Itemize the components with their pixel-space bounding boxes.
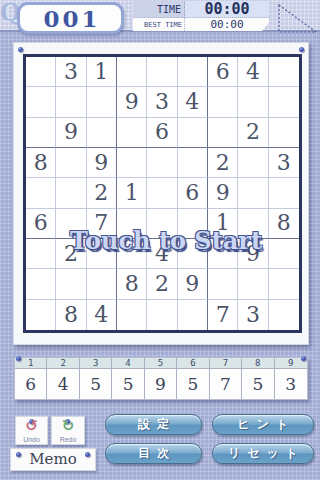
sudoku-cell-r1c6[interactable] (178, 57, 208, 87)
digit-remaining: 4 (47, 369, 78, 399)
sudoku-cell-r9c3[interactable]: 4 (87, 300, 117, 330)
sudoku-cell-r7c1[interactable] (26, 239, 56, 269)
sudoku-cell-r4c9[interactable]: 3 (269, 148, 299, 178)
sudoku-cell-r2c1[interactable] (26, 87, 56, 117)
sudoku-cell-r4c1[interactable]: 8 (26, 148, 56, 178)
sudoku-cell-r6c5[interactable] (147, 209, 177, 239)
sudoku-cell-r9c1[interactable] (26, 300, 56, 330)
redo-button[interactable]: ↻ Redo (51, 416, 85, 445)
sudoku-cell-r2c6[interactable]: 4 (178, 87, 208, 117)
digit-header: 6 (177, 358, 208, 369)
time-panel: TIME 00:00 BEST TIME 00:00 (133, 1, 269, 31)
sudoku-cell-r3c8[interactable]: 2 (238, 118, 268, 148)
digit-count-9[interactable]: 93 (275, 358, 307, 399)
sudoku-cell-r9c7[interactable]: 7 (208, 300, 238, 330)
memo-label: Memo (29, 452, 77, 467)
sudoku-cell-r7c2[interactable]: 2 (56, 239, 86, 269)
redo-label: Redo (52, 436, 84, 443)
sudoku-cell-r6c7[interactable]: 1 (208, 209, 238, 239)
sudoku-cell-r1c7[interactable]: 6 (208, 57, 238, 87)
sudoku-cell-r9c9[interactable] (269, 300, 299, 330)
sudoku-cell-r5c9[interactable] (269, 178, 299, 208)
pin-icon (16, 452, 21, 457)
digit-count-7[interactable]: 77 (210, 358, 242, 399)
digit-count-5[interactable]: 59 (145, 358, 177, 399)
corner-fold-icon (274, 2, 320, 36)
sudoku-cell-r3c4[interactable] (117, 118, 147, 148)
sudoku-cell-r7c3[interactable] (87, 239, 117, 269)
hint-button[interactable]: ヒント (212, 414, 314, 435)
digit-remaining: 5 (80, 369, 111, 399)
sudoku-cell-r7c4[interactable] (117, 239, 147, 269)
sudoku-cell-r5c6[interactable]: 6 (178, 178, 208, 208)
digit-remaining: 5 (112, 369, 143, 399)
best-time-label: BEST TIME (133, 18, 185, 31)
digit-header: 4 (112, 358, 143, 369)
puzzle-number-badge: 001 (17, 2, 124, 34)
sudoku-cell-r5c7[interactable]: 9 (208, 178, 238, 208)
index-button[interactable]: 目次 (105, 443, 202, 464)
sudoku-cell-r4c2[interactable] (56, 148, 86, 178)
undo-label: Undo (16, 436, 47, 443)
time-value: 00:00 (185, 1, 269, 18)
sudoku-cell-r6c6[interactable] (178, 209, 208, 239)
sudoku-cell-r5c4[interactable]: 1 (117, 178, 147, 208)
sudoku-cell-r7c5[interactable]: 4 (147, 239, 177, 269)
sudoku-cell-r8c6[interactable]: 9 (178, 269, 208, 299)
sudoku-cell-r7c7[interactable] (208, 239, 238, 269)
sudoku-cell-r1c5[interactable] (147, 57, 177, 87)
digit-remaining: 5 (242, 369, 273, 399)
digit-remaining: 5 (177, 369, 208, 399)
sudoku-cell-r3c5[interactable]: 6 (147, 118, 177, 148)
sudoku-cell-r8c8[interactable] (238, 269, 268, 299)
sudoku-cell-r8c2[interactable] (56, 269, 86, 299)
sudoku-cell-r9c5[interactable] (147, 300, 177, 330)
digit-remaining: 9 (145, 369, 176, 399)
sudoku-cell-r2c3[interactable] (87, 87, 117, 117)
sudoku-cell-r3c2[interactable]: 9 (56, 118, 86, 148)
sudoku-cell-r7c6[interactable] (178, 239, 208, 269)
sudoku-cell-r2c8[interactable] (238, 87, 268, 117)
sudoku-cell-r3c3[interactable] (87, 118, 117, 148)
sudoku-cell-r7c8[interactable]: 9 (238, 239, 268, 269)
digit-counts-panel: 162435455965778593 (14, 357, 308, 400)
sudoku-cell-r9c8[interactable]: 3 (238, 300, 268, 330)
sudoku-cell-r9c2[interactable]: 8 (56, 300, 86, 330)
digit-count-3[interactable]: 35 (80, 358, 112, 399)
sudoku-cell-r8c9[interactable] (269, 269, 299, 299)
sudoku-cell-r8c3[interactable] (87, 269, 117, 299)
sudoku-cell-r4c6[interactable] (178, 148, 208, 178)
sudoku-cell-r4c5[interactable] (147, 148, 177, 178)
sudoku-cell-r5c8[interactable] (238, 178, 268, 208)
digit-header: 7 (210, 358, 241, 369)
sudoku-cell-r3c1[interactable] (26, 118, 56, 148)
sudoku-cell-r3c7[interactable] (208, 118, 238, 148)
sudoku-cell-r9c6[interactable] (178, 300, 208, 330)
memo-button[interactable]: Memo (10, 448, 96, 471)
pin-icon (18, 47, 23, 52)
sudoku-cell-r1c2[interactable]: 3 (56, 57, 86, 87)
sudoku-cell-r6c1[interactable]: 6 (26, 209, 56, 239)
sudoku-cell-r4c8[interactable] (238, 148, 268, 178)
sudoku-cell-r1c8[interactable]: 4 (238, 57, 268, 87)
sudoku-cell-r8c7[interactable] (208, 269, 238, 299)
board-card: 31649349628923216967182498298473 (13, 42, 309, 345)
digit-count-6[interactable]: 65 (177, 358, 209, 399)
sudoku-cell-r8c5[interactable]: 2 (147, 269, 177, 299)
sudoku-cell-r8c1[interactable] (26, 269, 56, 299)
sudoku-cell-r3c6[interactable] (178, 118, 208, 148)
sudoku-cell-r1c1[interactable] (26, 57, 56, 87)
undo-button[interactable]: ↺ Undo (15, 416, 48, 445)
redo-arrow-icon: ↻ (52, 418, 84, 434)
digit-remaining: 7 (210, 369, 241, 399)
sudoku-cell-r2c7[interactable] (208, 87, 238, 117)
digit-count-2[interactable]: 24 (47, 358, 79, 399)
sudoku-cell-r6c2[interactable] (56, 209, 86, 239)
sudoku-cell-r4c4[interactable] (117, 148, 147, 178)
digit-count-8[interactable]: 85 (242, 358, 274, 399)
sudoku-cell-r1c3[interactable]: 1 (87, 57, 117, 87)
sudoku-cell-r3c9[interactable] (269, 118, 299, 148)
sudoku-cell-r1c9[interactable] (269, 57, 299, 87)
settings-button[interactable]: 設定 (105, 414, 202, 435)
best-time-value: 00:00 (185, 18, 269, 31)
sudoku-cell-r5c2[interactable] (56, 178, 86, 208)
undo-arrow-icon: ↺ (16, 418, 47, 434)
sudoku-cell-r6c4[interactable] (117, 209, 147, 239)
digit-header: 3 (80, 358, 111, 369)
digit-remaining: 6 (15, 369, 46, 399)
time-label: TIME (133, 1, 185, 18)
sudoku-cell-r4c7[interactable]: 2 (208, 148, 238, 178)
sudoku-cell-r8c4[interactable]: 8 (117, 269, 147, 299)
digit-header: 8 (242, 358, 273, 369)
sudoku-cell-r6c9[interactable]: 8 (269, 209, 299, 239)
sudoku-cell-r4c3[interactable]: 9 (87, 148, 117, 178)
digit-header: 2 (47, 358, 78, 369)
sudoku-cell-r2c4[interactable]: 9 (117, 87, 147, 117)
reset-button[interactable]: リセット (212, 443, 314, 464)
pin-icon (299, 47, 304, 52)
digit-header: 5 (145, 358, 176, 369)
digit-count-1[interactable]: 16 (15, 358, 47, 399)
digit-remaining: 3 (275, 369, 307, 399)
pin-icon (85, 452, 90, 457)
sudoku-cell-r9c4[interactable] (117, 300, 147, 330)
sudoku-cell-r5c5[interactable] (147, 178, 177, 208)
sudoku-cell-r2c5[interactable]: 3 (147, 87, 177, 117)
sudoku-cell-r7c9[interactable] (269, 239, 299, 269)
sudoku-cell-r1c4[interactable] (117, 57, 147, 87)
sudoku-cell-r5c1[interactable] (26, 178, 56, 208)
pin-icon (301, 356, 306, 361)
digit-count-4[interactable]: 45 (112, 358, 144, 399)
sudoku-grid[interactable]: 31649349628923216967182498298473 (23, 54, 302, 333)
sudoku-cell-r6c3[interactable]: 7 (87, 209, 117, 239)
sudoku-cell-r5c3[interactable]: 2 (87, 178, 117, 208)
sudoku-cell-r2c2[interactable] (56, 87, 86, 117)
puzzle-number: 001 (40, 7, 100, 30)
sudoku-cell-r2c9[interactable] (269, 87, 299, 117)
sudoku-cell-r6c8[interactable] (238, 209, 268, 239)
pin-icon (16, 356, 21, 361)
